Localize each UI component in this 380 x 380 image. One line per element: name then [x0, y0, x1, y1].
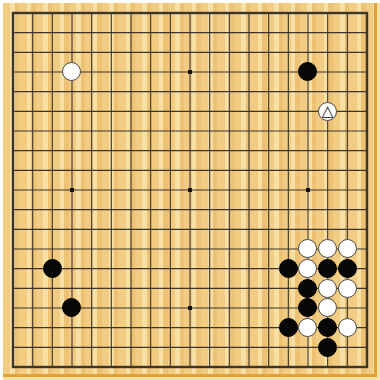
intersection-empty[interactable]	[160, 101, 180, 121]
intersection-empty[interactable]	[180, 141, 200, 161]
intersection-empty[interactable]	[259, 3, 279, 23]
intersection-empty[interactable]	[121, 357, 141, 377]
intersection-empty[interactable]	[160, 278, 180, 298]
intersection-empty[interactable]	[62, 278, 82, 298]
intersection-empty[interactable]	[82, 259, 102, 279]
intersection-empty[interactable]	[62, 337, 82, 357]
intersection-empty[interactable]	[259, 278, 279, 298]
intersection-empty[interactable]	[82, 337, 102, 357]
intersection-S5[interactable]	[337, 278, 357, 298]
intersection-empty[interactable]	[160, 219, 180, 239]
intersection-empty[interactable]	[278, 239, 298, 259]
intersection-empty[interactable]	[160, 42, 180, 62]
intersection-R4[interactable]	[318, 298, 338, 318]
intersection-empty[interactable]	[239, 337, 259, 357]
intersection-empty[interactable]	[141, 141, 161, 161]
intersection-empty[interactable]	[3, 42, 23, 62]
intersection-empty[interactable]	[318, 121, 338, 141]
intersection-empty[interactable]	[101, 337, 121, 357]
intersection-empty[interactable]	[278, 180, 298, 200]
intersection-empty[interactable]	[180, 121, 200, 141]
intersection-empty[interactable]	[141, 160, 161, 180]
intersection-empty[interactable]	[259, 259, 279, 279]
intersection-empty[interactable]	[141, 3, 161, 23]
intersection-empty[interactable]	[101, 298, 121, 318]
intersection-empty[interactable]	[42, 121, 62, 141]
intersection-empty[interactable]	[259, 337, 279, 357]
intersection-empty[interactable]	[337, 82, 357, 102]
intersection-empty[interactable]	[200, 357, 220, 377]
intersection-empty[interactable]	[42, 62, 62, 82]
intersection-Q16[interactable]	[298, 62, 318, 82]
intersection-empty[interactable]	[3, 200, 23, 220]
intersection-empty[interactable]	[180, 62, 200, 82]
black-stone[interactable]	[298, 62, 317, 81]
intersection-empty[interactable]	[101, 200, 121, 220]
intersection-empty[interactable]	[3, 121, 23, 141]
black-stone[interactable]	[279, 318, 298, 337]
intersection-empty[interactable]	[278, 357, 298, 377]
intersection-empty[interactable]	[357, 219, 377, 239]
intersection-empty[interactable]	[62, 121, 82, 141]
white-stone[interactable]	[318, 279, 337, 298]
intersection-empty[interactable]	[200, 337, 220, 357]
intersection-empty[interactable]	[121, 259, 141, 279]
intersection-empty[interactable]	[42, 160, 62, 180]
intersection-empty[interactable]	[357, 101, 377, 121]
intersection-empty[interactable]	[82, 239, 102, 259]
intersection-empty[interactable]	[101, 160, 121, 180]
intersection-empty[interactable]	[357, 337, 377, 357]
intersection-empty[interactable]	[101, 101, 121, 121]
white-stone[interactable]	[298, 239, 317, 258]
intersection-empty[interactable]	[62, 141, 82, 161]
intersection-empty[interactable]	[200, 160, 220, 180]
intersection-empty[interactable]	[82, 180, 102, 200]
intersection-empty[interactable]	[141, 82, 161, 102]
intersection-empty[interactable]	[219, 219, 239, 239]
intersection-empty[interactable]	[62, 23, 82, 43]
intersection-empty[interactable]	[101, 318, 121, 338]
intersection-empty[interactable]	[160, 3, 180, 23]
black-stone[interactable]	[62, 298, 81, 317]
intersection-empty[interactable]	[141, 219, 161, 239]
intersection-empty[interactable]	[141, 180, 161, 200]
intersection-empty[interactable]	[3, 298, 23, 318]
intersection-S7[interactable]	[337, 239, 357, 259]
intersection-empty[interactable]	[278, 298, 298, 318]
intersection-empty[interactable]	[180, 200, 200, 220]
intersection-empty[interactable]	[42, 3, 62, 23]
intersection-empty[interactable]	[101, 121, 121, 141]
intersection-empty[interactable]	[62, 42, 82, 62]
intersection-empty[interactable]	[239, 121, 259, 141]
intersection-empty[interactable]	[318, 82, 338, 102]
intersection-empty[interactable]	[219, 3, 239, 23]
intersection-empty[interactable]	[23, 3, 43, 23]
intersection-empty[interactable]	[259, 219, 279, 239]
intersection-empty[interactable]	[42, 239, 62, 259]
intersection-Q3[interactable]	[298, 318, 318, 338]
intersection-empty[interactable]	[23, 141, 43, 161]
intersection-empty[interactable]	[337, 3, 357, 23]
intersection-empty[interactable]	[200, 121, 220, 141]
intersection-empty[interactable]	[141, 259, 161, 279]
black-stone[interactable]	[318, 338, 337, 357]
intersection-empty[interactable]	[141, 278, 161, 298]
intersection-empty[interactable]	[298, 141, 318, 161]
intersection-empty[interactable]	[3, 101, 23, 121]
intersection-empty[interactable]	[298, 180, 318, 200]
intersection-empty[interactable]	[180, 298, 200, 318]
intersection-empty[interactable]	[62, 318, 82, 338]
intersection-empty[interactable]	[298, 82, 318, 102]
intersection-empty[interactable]	[121, 62, 141, 82]
intersection-empty[interactable]	[3, 62, 23, 82]
intersection-R14[interactable]: △	[318, 101, 338, 121]
intersection-empty[interactable]	[200, 259, 220, 279]
intersection-empty[interactable]	[160, 180, 180, 200]
intersection-empty[interactable]	[141, 23, 161, 43]
intersection-empty[interactable]	[160, 357, 180, 377]
intersection-empty[interactable]	[180, 180, 200, 200]
intersection-empty[interactable]	[200, 200, 220, 220]
intersection-empty[interactable]	[82, 62, 102, 82]
intersection-empty[interactable]	[3, 337, 23, 357]
intersection-empty[interactable]	[200, 82, 220, 102]
intersection-empty[interactable]	[337, 160, 357, 180]
intersection-empty[interactable]	[23, 337, 43, 357]
intersection-empty[interactable]	[141, 337, 161, 357]
intersection-empty[interactable]	[160, 337, 180, 357]
intersection-empty[interactable]	[82, 101, 102, 121]
intersection-empty[interactable]	[141, 101, 161, 121]
intersection-empty[interactable]	[121, 337, 141, 357]
intersection-empty[interactable]	[62, 101, 82, 121]
black-stone[interactable]	[43, 259, 62, 278]
intersection-empty[interactable]	[82, 121, 102, 141]
intersection-empty[interactable]	[3, 239, 23, 259]
intersection-empty[interactable]	[23, 200, 43, 220]
white-stone[interactable]: △	[318, 102, 337, 121]
intersection-empty[interactable]	[62, 180, 82, 200]
intersection-empty[interactable]	[101, 3, 121, 23]
intersection-empty[interactable]	[298, 3, 318, 23]
intersection-empty[interactable]	[357, 239, 377, 259]
intersection-empty[interactable]	[121, 42, 141, 62]
intersection-empty[interactable]	[239, 219, 259, 239]
intersection-empty[interactable]	[101, 141, 121, 161]
intersection-empty[interactable]	[200, 180, 220, 200]
intersection-empty[interactable]	[23, 23, 43, 43]
intersection-Q6[interactable]	[298, 259, 318, 279]
intersection-empty[interactable]	[239, 278, 259, 298]
intersection-P3[interactable]	[278, 318, 298, 338]
white-stone[interactable]	[298, 259, 317, 278]
intersection-empty[interactable]	[278, 121, 298, 141]
intersection-empty[interactable]	[62, 219, 82, 239]
intersection-empty[interactable]	[200, 219, 220, 239]
intersection-R2[interactable]	[318, 337, 338, 357]
intersection-empty[interactable]	[219, 121, 239, 141]
intersection-empty[interactable]	[318, 200, 338, 220]
intersection-empty[interactable]	[180, 3, 200, 23]
intersection-empty[interactable]	[357, 42, 377, 62]
intersection-empty[interactable]	[278, 62, 298, 82]
intersection-empty[interactable]	[141, 121, 161, 141]
intersection-empty[interactable]	[337, 298, 357, 318]
intersection-S6[interactable]	[337, 259, 357, 279]
white-stone[interactable]	[338, 239, 357, 258]
intersection-empty[interactable]	[239, 180, 259, 200]
intersection-empty[interactable]	[278, 101, 298, 121]
intersection-empty[interactable]	[82, 23, 102, 43]
intersection-empty[interactable]	[3, 23, 23, 43]
intersection-empty[interactable]	[259, 141, 279, 161]
intersection-empty[interactable]	[23, 357, 43, 377]
intersection-empty[interactable]	[180, 82, 200, 102]
intersection-empty[interactable]	[259, 62, 279, 82]
intersection-empty[interactable]	[101, 357, 121, 377]
intersection-empty[interactable]	[259, 180, 279, 200]
intersection-empty[interactable]	[121, 160, 141, 180]
intersection-empty[interactable]	[357, 298, 377, 318]
intersection-empty[interactable]	[42, 278, 62, 298]
intersection-empty[interactable]	[82, 200, 102, 220]
black-stone[interactable]	[318, 259, 337, 278]
intersection-empty[interactable]	[3, 180, 23, 200]
intersection-empty[interactable]	[82, 82, 102, 102]
intersection-empty[interactable]	[219, 357, 239, 377]
black-stone[interactable]	[338, 259, 357, 278]
intersection-empty[interactable]	[141, 318, 161, 338]
intersection-empty[interactable]	[121, 23, 141, 43]
intersection-empty[interactable]	[42, 337, 62, 357]
intersection-empty[interactable]	[3, 141, 23, 161]
intersection-empty[interactable]	[239, 62, 259, 82]
intersection-empty[interactable]	[141, 200, 161, 220]
intersection-empty[interactable]	[62, 259, 82, 279]
intersection-S3[interactable]	[337, 318, 357, 338]
intersection-empty[interactable]	[141, 239, 161, 259]
black-stone[interactable]	[298, 279, 317, 298]
intersection-empty[interactable]	[42, 298, 62, 318]
intersection-empty[interactable]	[357, 62, 377, 82]
intersection-empty[interactable]	[337, 101, 357, 121]
intersection-empty[interactable]	[62, 357, 82, 377]
intersection-empty[interactable]	[318, 62, 338, 82]
intersection-empty[interactable]	[219, 239, 239, 259]
intersection-empty[interactable]	[23, 62, 43, 82]
intersection-empty[interactable]	[160, 160, 180, 180]
intersection-empty[interactable]	[23, 259, 43, 279]
intersection-empty[interactable]	[298, 200, 318, 220]
intersection-empty[interactable]	[278, 219, 298, 239]
intersection-empty[interactable]	[82, 278, 102, 298]
intersection-Q5[interactable]	[298, 278, 318, 298]
intersection-empty[interactable]	[318, 141, 338, 161]
intersection-empty[interactable]	[200, 318, 220, 338]
intersection-empty[interactable]	[219, 278, 239, 298]
intersection-empty[interactable]	[101, 62, 121, 82]
black-stone[interactable]	[298, 298, 317, 317]
intersection-empty[interactable]	[278, 200, 298, 220]
intersection-empty[interactable]	[239, 160, 259, 180]
intersection-D16[interactable]	[62, 62, 82, 82]
intersection-empty[interactable]	[357, 141, 377, 161]
intersection-empty[interactable]	[141, 62, 161, 82]
intersection-empty[interactable]	[318, 160, 338, 180]
intersection-empty[interactable]	[160, 239, 180, 259]
intersection-empty[interactable]	[62, 3, 82, 23]
intersection-empty[interactable]	[160, 298, 180, 318]
intersection-empty[interactable]	[180, 337, 200, 357]
intersection-empty[interactable]	[318, 3, 338, 23]
intersection-empty[interactable]	[239, 3, 259, 23]
intersection-empty[interactable]	[23, 82, 43, 102]
intersection-empty[interactable]	[259, 298, 279, 318]
intersection-empty[interactable]	[82, 357, 102, 377]
intersection-empty[interactable]	[121, 3, 141, 23]
intersection-empty[interactable]	[357, 278, 377, 298]
intersection-empty[interactable]	[101, 82, 121, 102]
intersection-empty[interactable]	[278, 23, 298, 43]
intersection-empty[interactable]	[101, 42, 121, 62]
intersection-empty[interactable]	[3, 82, 23, 102]
intersection-empty[interactable]	[3, 357, 23, 377]
intersection-R7[interactable]	[318, 239, 338, 259]
intersection-empty[interactable]	[337, 23, 357, 43]
intersection-empty[interactable]	[121, 219, 141, 239]
intersection-empty[interactable]	[239, 239, 259, 259]
intersection-empty[interactable]	[259, 357, 279, 377]
intersection-empty[interactable]	[23, 101, 43, 121]
intersection-empty[interactable]	[357, 121, 377, 141]
intersection-empty[interactable]	[160, 318, 180, 338]
intersection-empty[interactable]	[239, 82, 259, 102]
intersection-empty[interactable]	[141, 298, 161, 318]
intersection-empty[interactable]	[298, 121, 318, 141]
intersection-empty[interactable]	[337, 357, 357, 377]
intersection-empty[interactable]	[42, 23, 62, 43]
intersection-empty[interactable]	[42, 180, 62, 200]
intersection-empty[interactable]	[200, 278, 220, 298]
intersection-empty[interactable]	[219, 23, 239, 43]
intersection-empty[interactable]	[160, 141, 180, 161]
intersection-empty[interactable]	[278, 42, 298, 62]
intersection-empty[interactable]	[357, 160, 377, 180]
intersection-empty[interactable]	[200, 298, 220, 318]
intersection-empty[interactable]	[298, 23, 318, 43]
intersection-empty[interactable]	[318, 357, 338, 377]
intersection-empty[interactable]	[42, 101, 62, 121]
intersection-empty[interactable]	[298, 101, 318, 121]
white-stone[interactable]	[338, 279, 357, 298]
intersection-empty[interactable]	[278, 3, 298, 23]
intersection-empty[interactable]	[82, 3, 102, 23]
intersection-empty[interactable]	[357, 23, 377, 43]
intersection-empty[interactable]	[239, 141, 259, 161]
intersection-empty[interactable]	[278, 337, 298, 357]
intersection-empty[interactable]	[318, 219, 338, 239]
intersection-empty[interactable]	[318, 42, 338, 62]
intersection-empty[interactable]	[239, 318, 259, 338]
intersection-empty[interactable]	[219, 82, 239, 102]
intersection-empty[interactable]	[357, 259, 377, 279]
intersection-empty[interactable]	[121, 298, 141, 318]
intersection-empty[interactable]	[180, 239, 200, 259]
intersection-empty[interactable]	[121, 82, 141, 102]
intersection-empty[interactable]	[239, 200, 259, 220]
intersection-empty[interactable]	[278, 141, 298, 161]
intersection-empty[interactable]	[219, 141, 239, 161]
intersection-empty[interactable]	[180, 318, 200, 338]
intersection-empty[interactable]	[141, 357, 161, 377]
intersection-empty[interactable]	[160, 82, 180, 102]
intersection-empty[interactable]	[219, 101, 239, 121]
intersection-empty[interactable]	[200, 239, 220, 259]
intersection-empty[interactable]	[298, 357, 318, 377]
intersection-empty[interactable]	[23, 180, 43, 200]
intersection-empty[interactable]	[42, 42, 62, 62]
intersection-empty[interactable]	[298, 42, 318, 62]
white-stone[interactable]	[62, 62, 81, 81]
intersection-empty[interactable]	[298, 337, 318, 357]
intersection-empty[interactable]	[239, 357, 259, 377]
intersection-empty[interactable]	[278, 278, 298, 298]
white-stone[interactable]	[298, 318, 317, 337]
intersection-empty[interactable]	[62, 200, 82, 220]
intersection-empty[interactable]	[23, 121, 43, 141]
intersection-empty[interactable]	[160, 23, 180, 43]
white-stone[interactable]	[318, 239, 337, 258]
intersection-empty[interactable]	[337, 337, 357, 357]
intersection-empty[interactable]	[219, 298, 239, 318]
intersection-empty[interactable]	[180, 42, 200, 62]
intersection-empty[interactable]	[219, 259, 239, 279]
intersection-empty[interactable]	[82, 219, 102, 239]
intersection-R5[interactable]	[318, 278, 338, 298]
intersection-empty[interactable]	[180, 278, 200, 298]
intersection-empty[interactable]	[180, 23, 200, 43]
intersection-empty[interactable]	[121, 180, 141, 200]
intersection-D4[interactable]	[62, 298, 82, 318]
intersection-empty[interactable]	[121, 318, 141, 338]
intersection-empty[interactable]	[239, 42, 259, 62]
intersection-empty[interactable]	[121, 239, 141, 259]
intersection-empty[interactable]	[121, 200, 141, 220]
intersection-empty[interactable]	[259, 101, 279, 121]
intersection-empty[interactable]	[3, 160, 23, 180]
intersection-empty[interactable]	[160, 62, 180, 82]
intersection-empty[interactable]	[200, 42, 220, 62]
intersection-empty[interactable]	[101, 219, 121, 239]
intersection-empty[interactable]	[200, 141, 220, 161]
intersection-empty[interactable]	[160, 200, 180, 220]
intersection-R6[interactable]	[318, 259, 338, 279]
intersection-empty[interactable]	[219, 337, 239, 357]
intersection-empty[interactable]	[219, 160, 239, 180]
intersection-R3[interactable]	[318, 318, 338, 338]
black-stone[interactable]	[279, 259, 298, 278]
intersection-empty[interactable]	[200, 3, 220, 23]
intersection-empty[interactable]	[278, 82, 298, 102]
intersection-empty[interactable]	[219, 200, 239, 220]
intersection-P6[interactable]	[278, 259, 298, 279]
intersection-empty[interactable]	[298, 219, 318, 239]
intersection-empty[interactable]	[180, 357, 200, 377]
intersection-empty[interactable]	[62, 239, 82, 259]
